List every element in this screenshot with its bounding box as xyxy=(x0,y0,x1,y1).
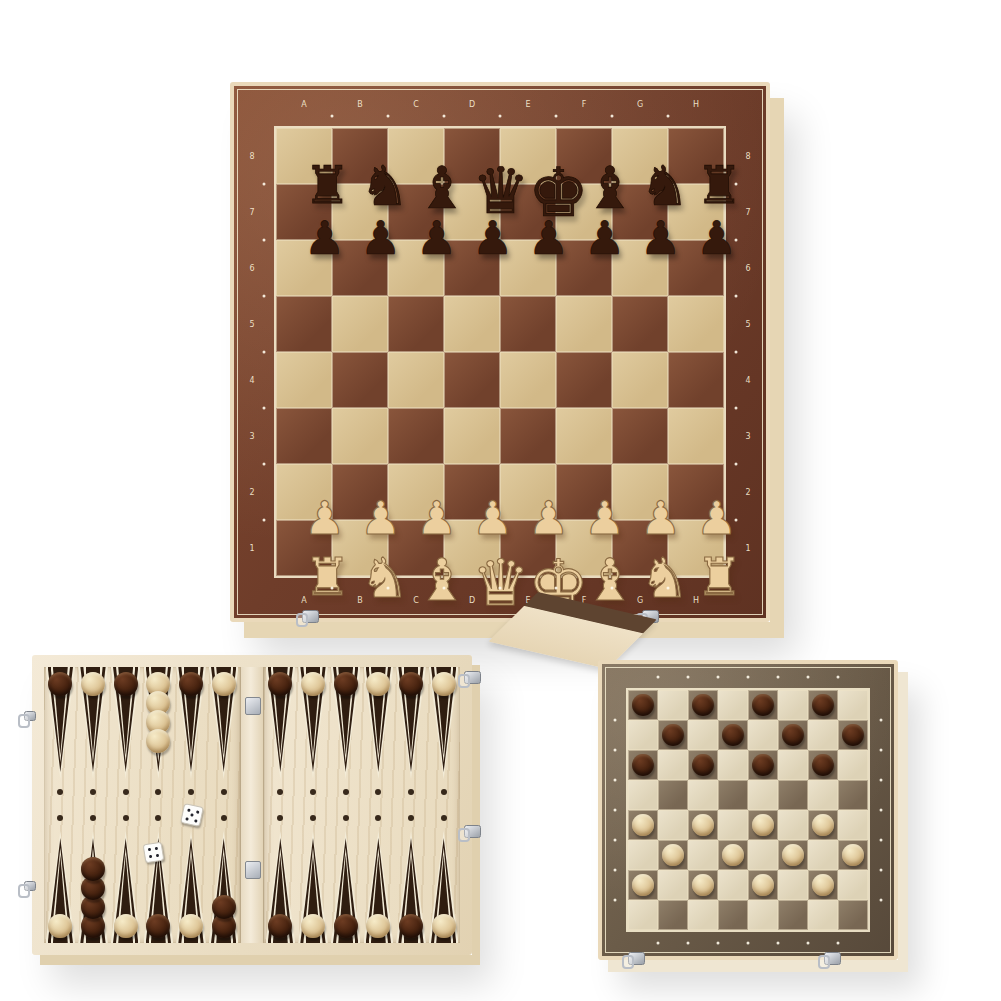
frame-dot xyxy=(611,115,614,118)
die-pip xyxy=(149,855,152,858)
checkers-square-r4c7 xyxy=(808,780,838,810)
checkers-man-light xyxy=(632,814,654,836)
die-pip xyxy=(187,808,191,812)
checkers-man-dark xyxy=(692,754,714,776)
point-dot xyxy=(408,789,414,795)
coord-label-rank: 6 xyxy=(249,264,254,273)
checkers-square-r5c2 xyxy=(658,810,688,840)
frame-dot xyxy=(717,942,720,945)
checkers-square-r6c7 xyxy=(808,840,838,870)
frame-dot xyxy=(387,115,390,118)
chess-board: ♜♞♝♛♚♝♞♜♟♟♟♟♟♟♟♟♟♟♟♟♟♟♟♟♜♞♝♛♚♝♞♜ AABBCCD… xyxy=(230,82,770,622)
point-dot xyxy=(155,815,161,821)
frame-dot xyxy=(263,463,266,466)
coord-label-file: A xyxy=(301,596,306,605)
checkers-man-dark xyxy=(632,754,654,776)
checkers-man-dark xyxy=(782,724,804,746)
frame-dot xyxy=(687,942,690,945)
coord-label-file: G xyxy=(637,100,643,109)
checkers-square-r5c5 xyxy=(748,810,778,840)
checkers-square-r8c1 xyxy=(628,900,658,930)
die-showing-5 xyxy=(180,803,204,827)
point-dot xyxy=(408,815,414,821)
checkers-man-light xyxy=(752,874,774,896)
chess-pieces: ♜♞♝♛♚♝♞♜♟♟♟♟♟♟♟♟♟♟♟♟♟♟♟♟♜♞♝♛♚♝♞♜ xyxy=(276,128,724,576)
frame-dot xyxy=(667,587,670,590)
backgammon-man-dark xyxy=(334,914,358,938)
checkers-man-dark xyxy=(662,724,684,746)
checkers-square-r4c1 xyxy=(628,780,658,810)
frame-dot xyxy=(837,942,840,945)
checkers-square-r3c5 xyxy=(748,750,778,780)
frame-dot xyxy=(611,587,614,590)
frame-dot xyxy=(735,239,738,242)
backgammon-hinge-bottom xyxy=(245,861,261,879)
frame-dot xyxy=(443,115,446,118)
checkers-square-r8c8 xyxy=(838,900,868,930)
frame-dot xyxy=(263,407,266,410)
point-dot xyxy=(441,815,447,821)
chess-piece-white-pawn: ♟ xyxy=(584,495,625,541)
chess-piece-black-pawn: ♟ xyxy=(528,215,569,261)
backgammon-latch-right-bottom xyxy=(464,825,481,838)
point-dot xyxy=(188,789,194,795)
checkers-square-r2c6 xyxy=(778,720,808,750)
frame-dot xyxy=(777,676,780,679)
frame-dot xyxy=(735,407,738,410)
frame-dot xyxy=(880,779,883,782)
coord-label-file: H xyxy=(693,596,699,605)
checkers-man-light xyxy=(722,844,744,866)
frame-dot xyxy=(443,587,446,590)
checkers-man-dark xyxy=(812,694,834,716)
point-dot xyxy=(57,789,63,795)
point-dot xyxy=(123,789,129,795)
checkers-square-r4c4 xyxy=(718,780,748,810)
frame-dot xyxy=(614,809,617,812)
chess-piece-black-rook: ♜ xyxy=(304,159,351,211)
backgammon-man-dark xyxy=(399,672,423,696)
backgammon-man-dark xyxy=(81,857,105,881)
coord-label-file: D xyxy=(469,100,475,109)
chess-piece-black-pawn: ♟ xyxy=(584,215,625,261)
coord-label-rank: 2 xyxy=(745,488,750,497)
frame-dot xyxy=(880,749,883,752)
backgammon-man-dark xyxy=(334,672,358,696)
backgammon-man-light xyxy=(432,672,456,696)
checkers-square-r7c1 xyxy=(628,870,658,900)
die-pip xyxy=(156,854,159,857)
chess-piece-black-bishop: ♝ xyxy=(416,159,468,217)
backgammon-left-half xyxy=(44,667,240,943)
point-dot xyxy=(221,815,227,821)
chess-piece-white-knight: ♞ xyxy=(360,551,409,606)
chess-case: ♜♞♝♛♚♝♞♜♟♟♟♟♟♟♟♟♟♟♟♟♟♟♟♟♜♞♝♛♚♝♞♜ AABBCCD… xyxy=(230,82,770,622)
checkers-square-r5c8 xyxy=(838,810,868,840)
chess-piece-white-bishop: ♝ xyxy=(416,551,468,609)
frame-dot xyxy=(614,749,617,752)
checkers-square-r2c5 xyxy=(748,720,778,750)
backgammon-latch-left-top xyxy=(24,711,36,721)
backgammon-hinge-top xyxy=(245,697,261,715)
coord-label-rank: 5 xyxy=(745,320,750,329)
point-dot xyxy=(441,789,447,795)
point-dot xyxy=(375,815,381,821)
coord-label-file: G xyxy=(637,596,643,605)
coord-label-file: B xyxy=(357,596,363,605)
point-dot xyxy=(310,789,316,795)
checkers-square-r5c4 xyxy=(718,810,748,840)
coord-label-rank: 4 xyxy=(249,376,254,385)
die-pip xyxy=(194,819,198,823)
point-dot xyxy=(90,815,96,821)
point-dot xyxy=(57,815,63,821)
checkers-man-light xyxy=(812,814,834,836)
checkers-square-r5c1 xyxy=(628,810,658,840)
frame-dot xyxy=(263,519,266,522)
frame-dot xyxy=(387,587,390,590)
checkers-square-r3c8 xyxy=(838,750,868,780)
frame-dot xyxy=(880,809,883,812)
checkers-man-light xyxy=(842,844,864,866)
chess-piece-white-pawn: ♟ xyxy=(696,495,737,541)
backgammon-board xyxy=(32,655,472,955)
checkers-squares xyxy=(628,690,868,930)
coord-label-rank: 1 xyxy=(745,544,750,553)
checkers-square-r3c7 xyxy=(808,750,838,780)
checkers-man-light xyxy=(662,844,684,866)
backgammon-man-dark xyxy=(179,672,203,696)
checkers-man-light xyxy=(632,874,654,896)
chess-piece-black-pawn: ♟ xyxy=(360,215,401,261)
coord-label-file: A xyxy=(301,100,306,109)
point-dot xyxy=(123,815,129,821)
checkers-square-r8c5 xyxy=(748,900,778,930)
coord-label-rank: 5 xyxy=(249,320,254,329)
checkers-square-r7c7 xyxy=(808,870,838,900)
chess-piece-white-pawn: ♟ xyxy=(304,495,345,541)
checkers-man-light xyxy=(782,844,804,866)
checkers-man-dark xyxy=(842,724,864,746)
checkers-man-dark xyxy=(752,754,774,776)
coord-label-rank: 2 xyxy=(249,488,254,497)
checkers-square-r4c3 xyxy=(688,780,718,810)
coord-label-file: F xyxy=(582,100,587,109)
checkers-square-r2c3 xyxy=(688,720,718,750)
frame-dot xyxy=(777,942,780,945)
coord-label-file: C xyxy=(413,100,419,109)
checkers-square-r3c2 xyxy=(658,750,688,780)
checkers-square-r3c3 xyxy=(688,750,718,780)
frame-dot xyxy=(807,676,810,679)
frame-dot xyxy=(735,351,738,354)
checkers-square-r1c6 xyxy=(778,690,808,720)
checkers-square-r8c7 xyxy=(808,900,838,930)
point-dot xyxy=(277,789,283,795)
backgammon-man-light xyxy=(432,914,456,938)
coord-label-rank: 3 xyxy=(745,432,750,441)
checkers-square-r2c7 xyxy=(808,720,838,750)
frame-dot xyxy=(667,115,670,118)
checkers-man-dark xyxy=(632,694,654,716)
backgammon-man-dark xyxy=(399,914,423,938)
checkers-man-dark xyxy=(722,724,744,746)
checkers-square-r2c1 xyxy=(628,720,658,750)
checkers-square-r2c4 xyxy=(718,720,748,750)
point-dot xyxy=(277,815,283,821)
frame-dot xyxy=(747,676,750,679)
checkers-field xyxy=(626,688,870,932)
frame-dot xyxy=(263,239,266,242)
checkers-square-r8c6 xyxy=(778,900,808,930)
coord-label-rank: 1 xyxy=(249,544,254,553)
frame-dot xyxy=(747,942,750,945)
chess-piece-black-pawn: ♟ xyxy=(472,215,513,261)
point-dot xyxy=(90,789,96,795)
backgammon-man-light xyxy=(301,672,325,696)
chess-piece-white-rook: ♜ xyxy=(304,551,351,603)
frame-dot xyxy=(614,779,617,782)
checkers-square-r6c3 xyxy=(688,840,718,870)
chess-piece-white-queen: ♛ xyxy=(472,551,529,615)
checkers-square-r2c8 xyxy=(838,720,868,750)
frame-dot xyxy=(614,719,617,722)
frame-dot xyxy=(614,899,617,902)
chess-piece-black-knight: ♞ xyxy=(640,159,689,214)
frame-dot xyxy=(837,676,840,679)
checkers-square-r6c4 xyxy=(718,840,748,870)
chess-piece-black-bishop: ♝ xyxy=(584,159,636,217)
checkers-square-r5c6 xyxy=(778,810,808,840)
checkers-square-r6c6 xyxy=(778,840,808,870)
checkers-latch-bottom xyxy=(824,952,841,965)
checkers-square-r1c8 xyxy=(838,690,868,720)
checkers-square-r4c8 xyxy=(838,780,868,810)
frame-dot xyxy=(331,115,334,118)
checkers-square-r3c6 xyxy=(778,750,808,780)
frame-dot xyxy=(807,942,810,945)
backgammon-latch-left-bottom xyxy=(24,881,36,891)
checkers-square-r2c2 xyxy=(658,720,688,750)
checkers-square-r4c5 xyxy=(748,780,778,810)
frame-dot xyxy=(735,295,738,298)
chess-piece-white-pawn: ♟ xyxy=(416,495,457,541)
point-dot xyxy=(343,815,349,821)
checkers-man-dark xyxy=(752,694,774,716)
backgammon-man-light xyxy=(81,672,105,696)
chess-piece-white-pawn: ♟ xyxy=(472,495,513,541)
chess-piece-white-rook: ♜ xyxy=(696,551,743,603)
checkers-case xyxy=(598,660,898,960)
checkers-square-r8c3 xyxy=(688,900,718,930)
frame-dot xyxy=(555,115,558,118)
chess-piece-white-pawn: ♟ xyxy=(640,495,681,541)
coord-label-rank: 3 xyxy=(249,432,254,441)
coord-label-rank: 7 xyxy=(745,208,750,217)
frame-dot xyxy=(717,676,720,679)
backgammon-man-light xyxy=(114,914,138,938)
frame-dot xyxy=(735,519,738,522)
checkers-square-r1c7 xyxy=(808,690,838,720)
checkers-square-r1c4 xyxy=(718,690,748,720)
checkers-square-r5c7 xyxy=(808,810,838,840)
checkers-man-dark xyxy=(812,754,834,776)
die-showing-4 xyxy=(143,842,165,864)
frame-dot xyxy=(499,587,502,590)
point-dot xyxy=(155,789,161,795)
frame-dot xyxy=(263,351,266,354)
point-dot xyxy=(343,789,349,795)
coord-label-rank: 7 xyxy=(249,208,254,217)
checkers-square-r7c6 xyxy=(778,870,808,900)
frame-dot xyxy=(614,839,617,842)
chess-latch-left xyxy=(302,610,319,623)
checkers-square-r6c1 xyxy=(628,840,658,870)
checkers-man-light xyxy=(752,814,774,836)
checkers-man-light xyxy=(812,874,834,896)
checkers-square-r1c2 xyxy=(658,690,688,720)
point-dot xyxy=(310,815,316,821)
backgammon-man-light xyxy=(301,914,325,938)
frame-dot xyxy=(657,942,660,945)
chess-piece-black-pawn: ♟ xyxy=(416,215,457,261)
coord-label-file: H xyxy=(693,100,699,109)
die-pip xyxy=(155,846,158,849)
point-dot xyxy=(375,789,381,795)
checkers-square-r1c5 xyxy=(748,690,778,720)
frame-dot xyxy=(263,295,266,298)
chess-piece-white-pawn: ♟ xyxy=(360,495,401,541)
checkers-square-r7c4 xyxy=(718,870,748,900)
checkers-square-r6c8 xyxy=(838,840,868,870)
frame-dot xyxy=(499,115,502,118)
checkers-square-r6c2 xyxy=(658,840,688,870)
frame-dot xyxy=(880,869,883,872)
chess-piece-black-pawn: ♟ xyxy=(640,215,681,261)
backgammon-right-half xyxy=(264,667,460,943)
coord-label-file: E xyxy=(525,100,530,109)
chess-piece-black-pawn: ♟ xyxy=(696,215,737,261)
backgammon-latch-right-top xyxy=(464,671,481,684)
die-pip xyxy=(185,817,189,821)
coord-label-rank: 8 xyxy=(745,152,750,161)
checkers-square-r3c4 xyxy=(718,750,748,780)
point-dot xyxy=(221,789,227,795)
frame-dot xyxy=(735,183,738,186)
checkers-square-r8c4 xyxy=(718,900,748,930)
coord-label-rank: 4 xyxy=(745,376,750,385)
die-pip xyxy=(196,810,200,814)
frame-dot xyxy=(687,676,690,679)
coord-label-rank: 8 xyxy=(249,152,254,161)
chess-piece-black-knight: ♞ xyxy=(360,159,409,214)
checkers-latch-left xyxy=(628,952,645,965)
checkers-square-r7c2 xyxy=(658,870,688,900)
checkers-square-r4c2 xyxy=(658,780,688,810)
checkers-square-r7c5 xyxy=(748,870,778,900)
backgammon-case xyxy=(32,655,472,955)
checkers-square-r8c2 xyxy=(658,900,688,930)
die-pip xyxy=(190,813,194,817)
frame-dot xyxy=(880,719,883,722)
product-photo-collage: ♜♞♝♛♚♝♞♜♟♟♟♟♟♟♟♟♟♟♟♟♟♟♟♟♜♞♝♛♚♝♞♜ AABBCCD… xyxy=(0,0,1001,1001)
checkers-square-r1c1 xyxy=(628,690,658,720)
frame-dot xyxy=(880,899,883,902)
chess-piece-black-pawn: ♟ xyxy=(304,215,345,261)
die-pip xyxy=(147,848,150,851)
checkers-square-r5c3 xyxy=(688,810,718,840)
frame-dot xyxy=(614,869,617,872)
backgammon-man-light xyxy=(179,914,203,938)
checkers-square-r4c6 xyxy=(778,780,808,810)
checkers-man-dark xyxy=(692,694,714,716)
checkers-board xyxy=(598,660,898,960)
checkers-square-r3c1 xyxy=(628,750,658,780)
frame-dot xyxy=(263,183,266,186)
chess-piece-white-knight: ♞ xyxy=(640,551,689,606)
frame-dot xyxy=(331,587,334,590)
checkers-square-r7c3 xyxy=(688,870,718,900)
chess-piece-white-bishop: ♝ xyxy=(584,551,636,609)
checkers-square-r7c8 xyxy=(838,870,868,900)
backgammon-man-dark xyxy=(114,672,138,696)
coord-label-file: C xyxy=(413,596,419,605)
coord-label-rank: 6 xyxy=(745,264,750,273)
backgammon-man-dark xyxy=(212,895,236,919)
coord-label-file: D xyxy=(469,596,475,605)
frame-dot xyxy=(735,463,738,466)
backgammon-man-light xyxy=(212,672,236,696)
checkers-man-light xyxy=(692,874,714,896)
chess-piece-white-pawn: ♟ xyxy=(528,495,569,541)
frame-dot xyxy=(880,839,883,842)
checkers-square-r6c5 xyxy=(748,840,778,870)
frame-dot xyxy=(657,676,660,679)
checkers-man-light xyxy=(692,814,714,836)
checkers-square-r1c3 xyxy=(688,690,718,720)
coord-label-file: B xyxy=(357,100,363,109)
frame-dot xyxy=(555,587,558,590)
